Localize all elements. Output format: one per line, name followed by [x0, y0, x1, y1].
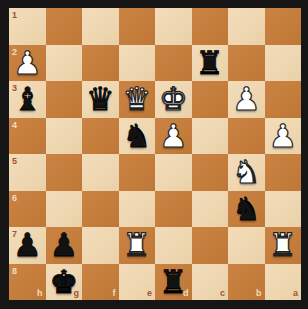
square-f2[interactable]: [82, 45, 119, 82]
square-h1[interactable]: 1: [9, 8, 46, 45]
square-g6[interactable]: [46, 191, 83, 228]
square-f4[interactable]: [82, 118, 119, 155]
chess-board: 12♟♜3♝♛♛♚♟4♞♟♟5♞6♞7♟♟♜♜8hg♚fed♜cba: [9, 8, 301, 300]
square-b6[interactable]: ♞: [228, 191, 265, 228]
square-a3[interactable]: [265, 81, 302, 118]
rank-label: 1: [12, 10, 17, 20]
square-c7[interactable]: [192, 227, 229, 264]
rank-label: 5: [12, 156, 17, 166]
white-pawn[interactable]: ♟: [228, 81, 265, 118]
black-knight[interactable]: ♞: [119, 118, 156, 155]
square-a7[interactable]: ♜: [265, 227, 302, 264]
black-rook[interactable]: ♜: [192, 45, 229, 82]
square-f7[interactable]: [82, 227, 119, 264]
square-e3[interactable]: ♛: [119, 81, 156, 118]
chess-board-frame: 12♟♜3♝♛♛♚♟4♞♟♟5♞6♞7♟♟♜♜8hg♚fed♜cba: [0, 0, 308, 309]
square-c3[interactable]: [192, 81, 229, 118]
square-h2[interactable]: 2♟: [9, 45, 46, 82]
white-rook[interactable]: ♜: [119, 227, 156, 264]
file-label: a: [293, 288, 298, 298]
square-b8[interactable]: b: [228, 264, 265, 301]
square-h5[interactable]: 5: [9, 154, 46, 191]
white-king[interactable]: ♚: [155, 81, 192, 118]
square-e4[interactable]: ♞: [119, 118, 156, 155]
square-b5[interactable]: ♞: [228, 154, 265, 191]
square-d4[interactable]: ♟: [155, 118, 192, 155]
square-c5[interactable]: [192, 154, 229, 191]
white-rook[interactable]: ♜: [265, 227, 302, 264]
square-c4[interactable]: [192, 118, 229, 155]
square-g8[interactable]: g♚: [46, 264, 83, 301]
square-b7[interactable]: [228, 227, 265, 264]
square-a5[interactable]: [265, 154, 302, 191]
square-f1[interactable]: [82, 8, 119, 45]
square-c1[interactable]: [192, 8, 229, 45]
square-a8[interactable]: a: [265, 264, 302, 301]
white-knight[interactable]: ♞: [228, 154, 265, 191]
square-g2[interactable]: [46, 45, 83, 82]
black-pawn[interactable]: ♟: [46, 227, 83, 264]
rank-label: 6: [12, 193, 17, 203]
square-c2[interactable]: ♜: [192, 45, 229, 82]
square-a2[interactable]: [265, 45, 302, 82]
square-g7[interactable]: ♟: [46, 227, 83, 264]
square-d3[interactable]: ♚: [155, 81, 192, 118]
square-g3[interactable]: [46, 81, 83, 118]
white-pawn[interactable]: ♟: [265, 118, 302, 155]
square-f6[interactable]: [82, 191, 119, 228]
black-pawn[interactable]: ♟: [9, 227, 46, 264]
square-f8[interactable]: f: [82, 264, 119, 301]
square-d2[interactable]: [155, 45, 192, 82]
square-d5[interactable]: [155, 154, 192, 191]
black-knight[interactable]: ♞: [228, 191, 265, 228]
file-label: f: [113, 288, 116, 298]
white-pawn[interactable]: ♟: [9, 45, 46, 82]
square-g4[interactable]: [46, 118, 83, 155]
black-bishop[interactable]: ♝: [9, 81, 46, 118]
file-label: e: [147, 288, 152, 298]
square-c6[interactable]: [192, 191, 229, 228]
square-f3[interactable]: ♛: [82, 81, 119, 118]
square-g5[interactable]: [46, 154, 83, 191]
square-d8[interactable]: d♜: [155, 264, 192, 301]
square-h4[interactable]: 4: [9, 118, 46, 155]
square-e7[interactable]: ♜: [119, 227, 156, 264]
rank-label: 4: [12, 120, 17, 130]
square-b1[interactable]: [228, 8, 265, 45]
file-label: c: [220, 288, 225, 298]
file-label: b: [256, 288, 262, 298]
white-pawn[interactable]: ♟: [155, 118, 192, 155]
square-d6[interactable]: [155, 191, 192, 228]
square-b3[interactable]: ♟: [228, 81, 265, 118]
square-e6[interactable]: [119, 191, 156, 228]
square-a4[interactable]: ♟: [265, 118, 302, 155]
black-king[interactable]: ♚: [46, 264, 83, 301]
square-g1[interactable]: [46, 8, 83, 45]
square-a1[interactable]: [265, 8, 302, 45]
square-e8[interactable]: e: [119, 264, 156, 301]
file-label: h: [37, 288, 43, 298]
square-b2[interactable]: [228, 45, 265, 82]
black-rook[interactable]: ♜: [155, 264, 192, 301]
black-queen[interactable]: ♛: [82, 81, 119, 118]
white-queen[interactable]: ♛: [119, 81, 156, 118]
square-a6[interactable]: [265, 191, 302, 228]
square-f5[interactable]: [82, 154, 119, 191]
square-d1[interactable]: [155, 8, 192, 45]
square-e2[interactable]: [119, 45, 156, 82]
square-c8[interactable]: c: [192, 264, 229, 301]
square-e5[interactable]: [119, 154, 156, 191]
square-h7[interactable]: 7♟: [9, 227, 46, 264]
square-e1[interactable]: [119, 8, 156, 45]
square-h3[interactable]: 3♝: [9, 81, 46, 118]
square-h8[interactable]: 8h: [9, 264, 46, 301]
square-d7[interactable]: [155, 227, 192, 264]
rank-label: 8: [12, 266, 17, 276]
square-b4[interactable]: [228, 118, 265, 155]
square-h6[interactable]: 6: [9, 191, 46, 228]
